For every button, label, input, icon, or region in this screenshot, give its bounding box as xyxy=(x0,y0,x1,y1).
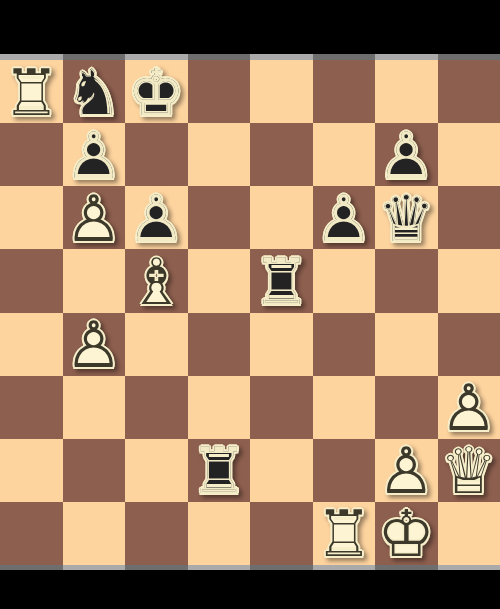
square-b3[interactable] xyxy=(63,376,126,439)
square-g1[interactable]: ♚♔ xyxy=(375,502,438,565)
square-a3[interactable] xyxy=(0,376,63,439)
square-b7[interactable]: ♟♙ xyxy=(63,123,126,186)
square-a4[interactable] xyxy=(0,313,63,376)
square-b2[interactable] xyxy=(63,439,126,502)
square-c4[interactable] xyxy=(125,313,188,376)
square-e4[interactable] xyxy=(250,313,313,376)
square-g8[interactable] xyxy=(375,60,438,123)
black-pawn-outline-icon: ♙ xyxy=(63,124,126,187)
piece-black-pawn-c6[interactable]: ♟♙ xyxy=(125,186,188,249)
square-e8[interactable] xyxy=(250,60,313,123)
black-rook-outline-icon: ♖ xyxy=(188,440,251,503)
square-g7[interactable]: ♟♙ xyxy=(375,123,438,186)
top-background-bar xyxy=(0,0,500,54)
piece-white-pawn-b6[interactable]: ♟♙ xyxy=(63,186,126,249)
bottom-background-bar xyxy=(0,570,500,609)
square-d5[interactable] xyxy=(188,249,251,312)
square-c1[interactable] xyxy=(125,502,188,565)
square-f1[interactable]: ♜♖ xyxy=(313,502,376,565)
square-a5[interactable] xyxy=(0,249,63,312)
chess-board[interactable]: ♜♖♞♘♚♔♟♙♟♙♟♙♟♙♟♙♛♕♝♗♜♖♟♙♟♙♜♖♟♙♛♕♜♖♚♔ xyxy=(0,60,500,565)
black-knight-outline-icon: ♘ xyxy=(63,61,126,124)
square-d4[interactable] xyxy=(188,313,251,376)
black-queen-outline-icon: ♕ xyxy=(375,187,438,250)
white-rook-outline-icon: ♖ xyxy=(313,503,376,566)
square-d6[interactable] xyxy=(188,186,251,249)
square-g6[interactable]: ♛♕ xyxy=(375,186,438,249)
square-g2[interactable]: ♟♙ xyxy=(375,439,438,502)
square-b1[interactable] xyxy=(63,502,126,565)
white-pawn-outline-icon: ♙ xyxy=(63,314,126,377)
white-bishop-outline-icon: ♗ xyxy=(125,250,188,313)
piece-white-rook-a8[interactable]: ♜♖ xyxy=(0,60,63,123)
square-d2[interactable]: ♜♖ xyxy=(188,439,251,502)
square-f2[interactable] xyxy=(313,439,376,502)
square-f7[interactable] xyxy=(313,123,376,186)
piece-white-bishop-c5[interactable]: ♝♗ xyxy=(125,249,188,312)
square-g3[interactable] xyxy=(375,376,438,439)
square-a8[interactable]: ♜♖ xyxy=(0,60,63,123)
square-h2[interactable]: ♛♕ xyxy=(438,439,500,502)
square-b4[interactable]: ♟♙ xyxy=(63,313,126,376)
piece-white-pawn-h3[interactable]: ♟♙ xyxy=(438,376,500,439)
piece-black-rook-e5[interactable]: ♜♖ xyxy=(250,249,313,312)
white-rook-outline-icon: ♖ xyxy=(0,61,63,124)
white-pawn-outline-icon: ♙ xyxy=(375,440,438,503)
square-c7[interactable] xyxy=(125,123,188,186)
white-pawn-outline-icon: ♙ xyxy=(438,377,500,440)
white-pawn-outline-icon: ♙ xyxy=(63,187,126,250)
square-g4[interactable] xyxy=(375,313,438,376)
square-b8[interactable]: ♞♘ xyxy=(63,60,126,123)
piece-black-knight-b8[interactable]: ♞♘ xyxy=(63,60,126,123)
square-a2[interactable] xyxy=(0,439,63,502)
square-c2[interactable] xyxy=(125,439,188,502)
square-c8[interactable]: ♚♔ xyxy=(125,60,188,123)
white-king-outline-icon: ♔ xyxy=(375,503,438,566)
piece-white-king-g1[interactable]: ♚♔ xyxy=(375,502,438,565)
square-e5[interactable]: ♜♖ xyxy=(250,249,313,312)
piece-white-rook-f1[interactable]: ♜♖ xyxy=(313,502,376,565)
square-d8[interactable] xyxy=(188,60,251,123)
square-h6[interactable] xyxy=(438,186,500,249)
square-c6[interactable]: ♟♙ xyxy=(125,186,188,249)
square-h5[interactable] xyxy=(438,249,500,312)
square-e6[interactable] xyxy=(250,186,313,249)
piece-black-queen-g6[interactable]: ♛♕ xyxy=(375,186,438,249)
white-queen-outline-icon: ♕ xyxy=(438,440,500,503)
square-h8[interactable] xyxy=(438,60,500,123)
square-f5[interactable] xyxy=(313,249,376,312)
square-d1[interactable] xyxy=(188,502,251,565)
square-g5[interactable] xyxy=(375,249,438,312)
black-pawn-outline-icon: ♙ xyxy=(375,124,438,187)
square-c3[interactable] xyxy=(125,376,188,439)
square-e1[interactable] xyxy=(250,502,313,565)
square-d7[interactable] xyxy=(188,123,251,186)
piece-black-king-c8[interactable]: ♚♔ xyxy=(125,60,188,123)
square-h1[interactable] xyxy=(438,502,500,565)
square-h4[interactable] xyxy=(438,313,500,376)
chess-app-stage: ♜♖♞♘♚♔♟♙♟♙♟♙♟♙♟♙♛♕♝♗♜♖♟♙♟♙♜♖♟♙♛♕♜♖♚♔ xyxy=(0,0,500,609)
piece-black-pawn-g7[interactable]: ♟♙ xyxy=(375,123,438,186)
square-h7[interactable] xyxy=(438,123,500,186)
square-b5[interactable] xyxy=(63,249,126,312)
square-e2[interactable] xyxy=(250,439,313,502)
square-f8[interactable] xyxy=(313,60,376,123)
black-pawn-outline-icon: ♙ xyxy=(313,187,376,250)
black-king-outline-icon: ♔ xyxy=(125,61,188,124)
square-d3[interactable] xyxy=(188,376,251,439)
black-rook-outline-icon: ♖ xyxy=(250,250,313,313)
square-f3[interactable] xyxy=(313,376,376,439)
square-a1[interactable] xyxy=(0,502,63,565)
square-e7[interactable] xyxy=(250,123,313,186)
black-pawn-outline-icon: ♙ xyxy=(125,187,188,250)
piece-white-pawn-g2[interactable]: ♟♙ xyxy=(375,439,438,502)
piece-white-pawn-b4[interactable]: ♟♙ xyxy=(63,313,126,376)
square-f4[interactable] xyxy=(313,313,376,376)
piece-black-rook-d2[interactable]: ♜♖ xyxy=(188,439,251,502)
square-f6[interactable]: ♟♙ xyxy=(313,186,376,249)
square-h3[interactable]: ♟♙ xyxy=(438,376,500,439)
square-b6[interactable]: ♟♙ xyxy=(63,186,126,249)
piece-black-pawn-b7[interactable]: ♟♙ xyxy=(63,123,126,186)
square-a6[interactable] xyxy=(0,186,63,249)
piece-black-pawn-f6[interactable]: ♟♙ xyxy=(313,186,376,249)
square-e3[interactable] xyxy=(250,376,313,439)
square-c5[interactable]: ♝♗ xyxy=(125,249,188,312)
square-a7[interactable] xyxy=(0,123,63,186)
piece-white-queen-h2[interactable]: ♛♕ xyxy=(438,439,500,502)
